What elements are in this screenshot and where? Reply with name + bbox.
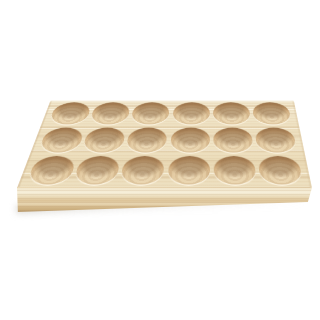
- pit-r1c6[interactable]: [252, 102, 292, 124]
- pit-r2c4[interactable]: [170, 128, 210, 153]
- pit-r2c2[interactable]: [82, 128, 127, 153]
- pit-r1c2[interactable]: [90, 102, 132, 124]
- pit-r1c3[interactable]: [131, 102, 171, 124]
- pit-r3c6[interactable]: [258, 156, 304, 184]
- pit-r1c5[interactable]: [213, 102, 251, 124]
- pit-r3c4[interactable]: [167, 156, 210, 184]
- pit-grid: [17, 100, 312, 188]
- pit-r3c5[interactable]: [213, 156, 256, 184]
- product-photo-scene: [0, 0, 320, 320]
- wooden-tray-board: [0, 0, 320, 320]
- pit-r1c1[interactable]: [48, 102, 92, 124]
- pit-r1c4[interactable]: [172, 102, 210, 124]
- pit-r2c6[interactable]: [255, 128, 298, 153]
- pit-r2c1[interactable]: [38, 128, 85, 153]
- pit-r3c3[interactable]: [120, 156, 165, 184]
- pit-r3c2[interactable]: [73, 156, 121, 184]
- pit-r2c3[interactable]: [126, 128, 168, 153]
- pit-r3c1[interactable]: [26, 156, 77, 184]
- pit-r2c5[interactable]: [213, 128, 253, 153]
